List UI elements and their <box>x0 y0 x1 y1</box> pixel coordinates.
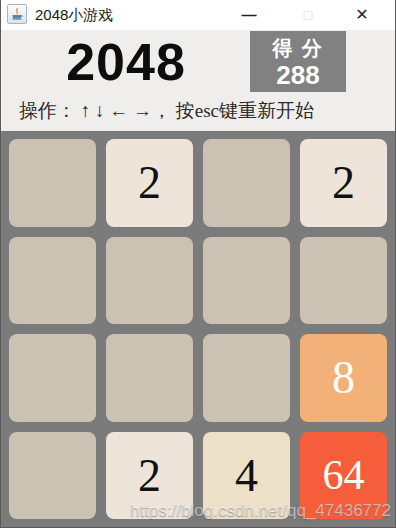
tile-r3c2-empty <box>106 334 193 422</box>
tile-r1c3-empty <box>203 139 290 227</box>
instructions-text: 操作： ↑ ↓ ← →， 按esc键重新开始 <box>1 95 395 131</box>
game-logo: 2048 <box>1 30 251 95</box>
score-value: 288 <box>250 61 346 89</box>
minimize-button[interactable]: — <box>235 0 263 29</box>
tile-r3c4-value-8: 8 <box>300 334 387 422</box>
close-button[interactable]: ✕ <box>348 0 376 29</box>
tile-r4c1-empty <box>9 432 96 520</box>
tile-r3c1-empty <box>9 334 96 422</box>
tile-r2c4-empty <box>300 237 387 325</box>
tile-r1c4-value-2: 2 <box>300 139 387 227</box>
tile-r4c3-value-4: 4 <box>203 432 290 520</box>
tile-r4c4-value-64: 64 <box>300 432 387 520</box>
title-bar: 2048小游戏 — □ ✕ <box>1 0 395 30</box>
tile-r1c1-empty <box>9 139 96 227</box>
header: 2048 得 分 288 <box>1 30 395 95</box>
tile-r1c2-value-2: 2 <box>106 139 193 227</box>
java-coffee-cup-glyph <box>10 7 24 21</box>
tile-r2c1-empty <box>9 237 96 325</box>
java-coffee-cup-icon[interactable] <box>7 4 27 24</box>
game-board: 2282464 <box>1 131 395 527</box>
window-title: 2048小游戏 <box>35 0 113 30</box>
tile-r2c3-empty <box>203 237 290 325</box>
tile-r2c2-empty <box>106 237 193 325</box>
app-window: 2048小游戏 — □ ✕ 2048 得 分 288 操作： ↑ ↓ ← →， … <box>0 0 396 528</box>
score-box: 得 分 288 <box>250 31 346 92</box>
maximize-button[interactable]: □ <box>294 0 322 29</box>
tile-r4c2-value-2: 2 <box>106 432 193 520</box>
score-label: 得 分 <box>250 35 346 61</box>
tile-r3c3-empty <box>203 334 290 422</box>
